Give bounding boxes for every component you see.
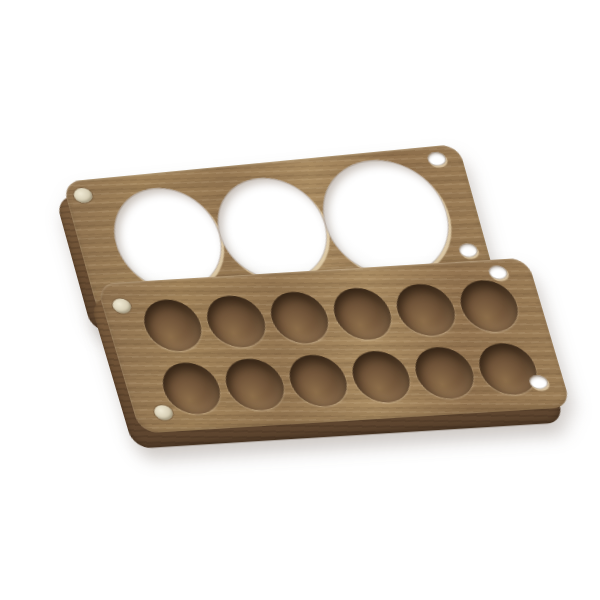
pit-r2-c5	[409, 346, 479, 401]
pit-r1-c5	[391, 283, 461, 338]
pit-r1-c2	[201, 294, 271, 349]
pit-r2-c2	[220, 357, 290, 412]
pit-r2-c4	[346, 349, 416, 404]
lid-window-2	[205, 173, 338, 285]
pit-r1-c1	[138, 298, 208, 353]
mancala-product-photo	[0, 0, 600, 600]
pit-r2-c3	[283, 353, 353, 408]
pit-r2-c6	[472, 342, 542, 397]
tray-top-face	[96, 258, 572, 434]
mancala-tray	[96, 258, 572, 434]
pit-r1-c4	[327, 287, 397, 342]
pit-r1-c3	[264, 290, 334, 345]
pit-r1-c6	[454, 279, 524, 334]
